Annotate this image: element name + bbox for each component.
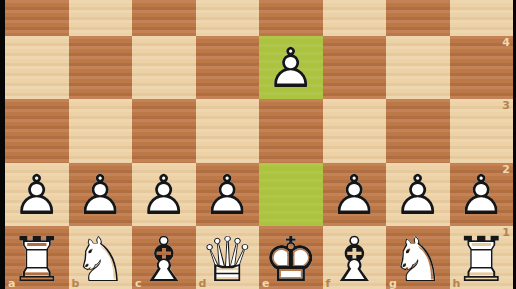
square-a1[interactable]: a♜♖ [5, 226, 69, 289]
square-a5[interactable] [5, 0, 69, 36]
white-queen-outline: ♕ [196, 228, 260, 289]
square-e5[interactable] [259, 0, 323, 36]
white-bishop[interactable]: ♝♗ [323, 226, 387, 289]
square-c2[interactable]: ♟♙ [132, 163, 196, 226]
rank-label-4: 4 [502, 37, 510, 49]
square-f4[interactable] [323, 36, 387, 99]
square-g5[interactable] [386, 0, 450, 36]
square-g2[interactable]: ♟♙ [386, 163, 450, 226]
white-king-outline: ♔ [259, 228, 323, 289]
square-c5[interactable] [132, 0, 196, 36]
square-b4[interactable] [69, 36, 133, 99]
rank-label-3: 3 [502, 100, 510, 112]
square-b5[interactable] [69, 0, 133, 36]
square-a4[interactable] [5, 36, 69, 99]
square-d1[interactable]: d♛♕ [196, 226, 260, 289]
white-rook[interactable]: ♜♖ [450, 226, 514, 289]
letterbox-bar-left [0, 0, 5, 289]
chess-board[interactable]: ♟♙43♟♙♟♙♟♙♟♙♟♙♟♙2♟♙a♜♖b♞♘c♝♗d♛♕e♚♔f♝♗g♞♘… [5, 0, 513, 289]
white-pawn[interactable]: ♟♙ [450, 163, 514, 226]
white-pawn-outline: ♙ [132, 164, 196, 226]
square-b3[interactable] [69, 99, 133, 162]
white-pawn[interactable]: ♟♙ [132, 163, 196, 226]
square-c3[interactable] [132, 99, 196, 162]
square-f3[interactable] [323, 99, 387, 162]
white-bishop-outline: ♗ [323, 228, 387, 289]
white-pawn-outline: ♙ [5, 164, 69, 226]
white-pawn-outline: ♙ [69, 164, 133, 226]
square-h1[interactable]: 1h♜♖ [450, 226, 514, 289]
white-knight[interactable]: ♞♘ [69, 226, 133, 289]
square-a3[interactable] [5, 99, 69, 162]
square-f2[interactable]: ♟♙ [323, 163, 387, 226]
square-d3[interactable] [196, 99, 260, 162]
square-c4[interactable] [132, 36, 196, 99]
white-bishop[interactable]: ♝♗ [132, 226, 196, 289]
white-pawn[interactable]: ♟♙ [69, 163, 133, 226]
white-king[interactable]: ♚♔ [259, 226, 323, 289]
white-pawn[interactable]: ♟♙ [5, 163, 69, 226]
white-pawn[interactable]: ♟♙ [196, 163, 260, 226]
square-f1[interactable]: f♝♗ [323, 226, 387, 289]
white-rook-outline: ♖ [450, 228, 514, 289]
square-c1[interactable]: c♝♗ [132, 226, 196, 289]
square-h5[interactable] [450, 0, 514, 36]
white-pawn-outline: ♙ [386, 164, 450, 226]
white-rook-outline: ♖ [5, 228, 69, 289]
white-pawn-outline: ♙ [196, 164, 260, 226]
white-rook[interactable]: ♜♖ [5, 226, 69, 289]
square-e2[interactable] [259, 163, 323, 226]
square-b2[interactable]: ♟♙ [69, 163, 133, 226]
square-d2[interactable]: ♟♙ [196, 163, 260, 226]
square-h3[interactable]: 3 [450, 99, 514, 162]
white-pawn-outline: ♙ [450, 164, 514, 226]
square-h4[interactable]: 4 [450, 36, 514, 99]
square-e4[interactable]: ♟♙ [259, 36, 323, 99]
square-f5[interactable] [323, 0, 387, 36]
square-e1[interactable]: e♚♔ [259, 226, 323, 289]
white-pawn-outline: ♙ [323, 164, 387, 226]
white-pawn[interactable]: ♟♙ [386, 163, 450, 226]
square-g3[interactable] [386, 99, 450, 162]
white-pawn[interactable]: ♟♙ [323, 163, 387, 226]
square-d4[interactable] [196, 36, 260, 99]
white-knight[interactable]: ♞♘ [386, 226, 450, 289]
white-knight-outline: ♘ [386, 228, 450, 289]
white-pawn-outline: ♙ [259, 37, 323, 99]
white-pawn[interactable]: ♟♙ [259, 36, 323, 99]
white-queen[interactable]: ♛♕ [196, 226, 260, 289]
square-g4[interactable] [386, 36, 450, 99]
video-frame: ♟♙43♟♙♟♙♟♙♟♙♟♙♟♙2♟♙a♜♖b♞♘c♝♗d♛♕e♚♔f♝♗g♞♘… [0, 0, 516, 289]
square-a2[interactable]: ♟♙ [5, 163, 69, 226]
white-bishop-outline: ♗ [132, 228, 196, 289]
square-d5[interactable] [196, 0, 260, 36]
white-knight-outline: ♘ [69, 228, 133, 289]
square-e3[interactable] [259, 99, 323, 162]
square-g1[interactable]: g♞♘ [386, 226, 450, 289]
square-h2[interactable]: 2♟♙ [450, 163, 514, 226]
square-b1[interactable]: b♞♘ [69, 226, 133, 289]
